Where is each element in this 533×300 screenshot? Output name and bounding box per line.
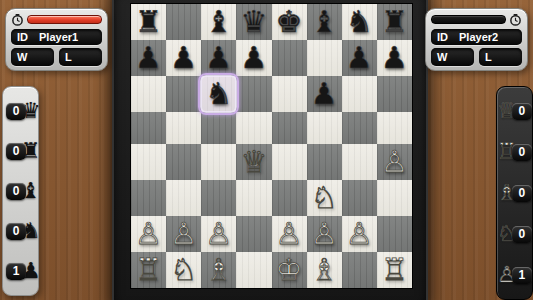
square-h2[interactable] [377, 216, 412, 252]
captured-black-knight: 0♞ [3, 212, 38, 250]
square-a7[interactable]: ♟ [131, 40, 166, 76]
square-b1[interactable]: ♘ [166, 252, 201, 288]
player1-name: Player1 [39, 31, 78, 43]
square-c5[interactable] [201, 112, 236, 144]
square-e5[interactable] [272, 112, 307, 144]
black-pawn-f6[interactable]: ♟ [307, 76, 342, 112]
square-g2[interactable]: ♙ [342, 216, 377, 252]
square-g3[interactable] [342, 180, 377, 216]
captured-white-bishop: ♗0 [497, 174, 532, 212]
white-pawn-e2[interactable]: ♙ [272, 216, 307, 252]
capture-count-badge: 0 [6, 223, 26, 240]
square-a1[interactable]: ♖ [131, 252, 166, 288]
square-h5[interactable] [377, 112, 412, 144]
square-f8[interactable]: ♝ [307, 4, 342, 40]
white-pawn-b2[interactable]: ♙ [166, 216, 201, 252]
captured-black-pawn: 1♟ [3, 252, 38, 290]
square-a2[interactable]: ♙ [131, 216, 166, 252]
black-pawn-a7[interactable]: ♟ [131, 40, 166, 76]
square-h7[interactable]: ♟ [377, 40, 412, 76]
player2-wins-field: W [431, 48, 474, 66]
black-rook-a8[interactable]: ♜ [131, 4, 166, 40]
black-pawn-g7[interactable]: ♟ [342, 40, 377, 76]
player2-losses-field: L [479, 48, 522, 66]
square-e2[interactable]: ♙ [272, 216, 307, 252]
square-e3[interactable] [272, 180, 307, 216]
square-d5[interactable] [236, 112, 271, 144]
capture-count-badge: 0 [512, 185, 532, 202]
white-bishop-f1[interactable]: ♗ [307, 252, 342, 288]
square-f6[interactable]: ♟ [307, 76, 342, 112]
player2-name: Player2 [459, 31, 498, 43]
square-b8[interactable] [166, 4, 201, 40]
capture-count-badge: 1 [512, 267, 532, 284]
square-d3[interactable] [236, 180, 271, 216]
square-c1[interactable]: ♗ [201, 252, 236, 288]
square-d7[interactable]: ♟ [236, 40, 271, 76]
white-knight-f3[interactable]: ♘ [307, 180, 342, 216]
square-e6[interactable] [272, 76, 307, 112]
square-f5[interactable] [307, 112, 342, 144]
captured-white-pawn: ♙1 [497, 256, 532, 294]
square-e1[interactable]: ♔ [272, 252, 307, 288]
id-label: ID [17, 31, 28, 43]
square-b5[interactable] [166, 112, 201, 144]
capture-count-badge: 0 [512, 144, 532, 161]
square-d1[interactable] [236, 252, 271, 288]
player2-time-bar [431, 15, 506, 24]
square-b2[interactable]: ♙ [166, 216, 201, 252]
id-label: ID [437, 31, 448, 43]
square-f1[interactable]: ♗ [307, 252, 342, 288]
white-rook-h1[interactable]: ♖ [377, 252, 412, 288]
white-pawn-f2[interactable]: ♙ [307, 216, 342, 252]
square-a3[interactable] [131, 180, 166, 216]
white-pawn-a2[interactable]: ♙ [131, 216, 166, 252]
capture-count-badge: 0 [6, 143, 26, 160]
player1-id-field: ID Player1 [11, 29, 102, 45]
square-g8[interactable]: ♞ [342, 4, 377, 40]
player1-losses-field: L [59, 48, 102, 66]
white-pawn-h4[interactable]: ♙ [377, 144, 412, 180]
captured-black-rook: 0♜ [3, 132, 38, 170]
black-queen-d8[interactable]: ♛ [236, 4, 271, 40]
captured-white-queen: ♕0 [497, 92, 532, 130]
black-pawn-c7[interactable]: ♟ [201, 40, 236, 76]
capture-count-badge: 0 [6, 103, 26, 120]
square-e7[interactable] [272, 40, 307, 76]
captured-white-knight: ♘0 [497, 215, 532, 253]
white-bishop-c1[interactable]: ♗ [201, 252, 236, 288]
square-c7[interactable]: ♟ [201, 40, 236, 76]
square-c8[interactable]: ♝ [201, 4, 236, 40]
square-h8[interactable]: ♜ [377, 4, 412, 40]
square-c2[interactable]: ♙ [201, 216, 236, 252]
square-b7[interactable]: ♟ [166, 40, 201, 76]
square-b4[interactable] [166, 144, 201, 180]
square-e8[interactable]: ♚ [272, 4, 307, 40]
square-f7[interactable] [307, 40, 342, 76]
square-c6[interactable]: ♞ [201, 76, 236, 112]
square-b6[interactable] [166, 76, 201, 112]
player2-id-field: ID Player2 [431, 29, 522, 45]
capture-count-badge: 0 [6, 183, 26, 200]
square-d2[interactable] [236, 216, 271, 252]
clock-icon [11, 13, 24, 26]
capture-count-badge: 1 [6, 263, 26, 280]
captured-black-bishop: 0♝ [3, 172, 38, 210]
square-h6[interactable] [377, 76, 412, 112]
black-knight-g8[interactable]: ♞ [342, 4, 377, 40]
player1-time-bar [27, 15, 102, 24]
square-g7[interactable]: ♟ [342, 40, 377, 76]
white-queen-d4[interactable]: ♕ [236, 144, 271, 180]
clock-icon [509, 13, 522, 26]
square-a5[interactable] [131, 112, 166, 144]
square-g1[interactable] [342, 252, 377, 288]
square-g6[interactable] [342, 76, 377, 112]
square-g5[interactable] [342, 112, 377, 144]
black-bishop-c8[interactable]: ♝ [201, 4, 236, 40]
square-c4[interactable] [201, 144, 236, 180]
capture-count-badge: 0 [512, 226, 532, 243]
black-king-e8[interactable]: ♚ [272, 4, 307, 40]
square-h4[interactable]: ♙ [377, 144, 412, 180]
square-b3[interactable] [166, 180, 201, 216]
white-king-e1[interactable]: ♔ [272, 252, 307, 288]
square-g4[interactable] [342, 144, 377, 180]
black-rook-h8[interactable]: ♜ [377, 4, 412, 40]
player1-panel: ID Player1 W L [5, 8, 108, 71]
capture-count-badge: 0 [512, 103, 532, 120]
black-pawn-d7[interactable]: ♟ [236, 40, 271, 76]
square-f2[interactable]: ♙ [307, 216, 342, 252]
square-f3[interactable]: ♘ [307, 180, 342, 216]
square-h1[interactable]: ♖ [377, 252, 412, 288]
white-pawn-g2[interactable]: ♙ [342, 216, 377, 252]
square-h3[interactable] [377, 180, 412, 216]
square-a4[interactable] [131, 144, 166, 180]
captured-black-queen: 0♛ [3, 92, 38, 130]
black-pawn-h7[interactable]: ♟ [377, 40, 412, 76]
white-knight-b1[interactable]: ♘ [166, 252, 201, 288]
captured-black-pieces-tray: 0♛0♜0♝0♞1♟ [2, 86, 39, 296]
chess-board: ♜♝♛♚♝♞♜♟♟♟♟♟♟♞♟♕♙♘♙♙♙♙♙♙♖♘♗♔♗♖ [131, 4, 412, 288]
square-a6[interactable] [131, 76, 166, 112]
chess-board-frame: ♜♝♛♚♝♞♜♟♟♟♟♟♟♞♟♕♙♘♙♙♙♙♙♙♖♘♗♔♗♖ [112, 0, 428, 300]
black-bishop-f8[interactable]: ♝ [307, 4, 342, 40]
white-pawn-c2[interactable]: ♙ [201, 216, 236, 252]
square-d6[interactable] [236, 76, 271, 112]
player1-wins-field: W [11, 48, 54, 66]
square-e4[interactable] [272, 144, 307, 180]
square-d8[interactable]: ♛ [236, 4, 271, 40]
square-c3[interactable] [201, 180, 236, 216]
square-d4[interactable]: ♕ [236, 144, 271, 180]
white-rook-a1[interactable]: ♖ [131, 252, 166, 288]
square-a8[interactable]: ♜ [131, 4, 166, 40]
black-knight-c6[interactable]: ♞ [201, 76, 236, 112]
game-stage: ♜♝♛♚♝♞♜♟♟♟♟♟♟♞♟♕♙♘♙♙♙♙♙♙♖♘♗♔♗♖ ID Player… [0, 0, 533, 300]
captured-white-rook: ♖0 [497, 133, 532, 171]
player2-panel: ID Player2 W L [425, 8, 528, 71]
black-pawn-b7[interactable]: ♟ [166, 40, 201, 76]
square-f4[interactable] [307, 144, 342, 180]
captured-white-pieces-tray: ♕0♖0♗0♘0♙1 [496, 86, 533, 300]
